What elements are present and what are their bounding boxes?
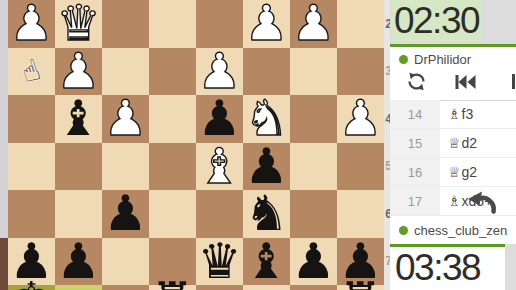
- square-g3[interactable]: ♟: [55, 48, 102, 96]
- square-h8[interactable]: ♚: [8, 285, 55, 290]
- online-dot: [399, 55, 408, 64]
- piece-letter-icon: ♕: [448, 135, 461, 151]
- square-f5[interactable]: [102, 143, 149, 191]
- square-g6[interactable]: [55, 190, 102, 238]
- white-pawn-c2[interactable]: ♟: [245, 0, 289, 48]
- square-c7[interactable]: ♝: [243, 238, 290, 286]
- player-name: chess_club_zen: [414, 223, 507, 238]
- black-knight-c6[interactable]: ♞: [245, 189, 289, 238]
- square-e8[interactable]: ♜: [149, 285, 196, 290]
- square-f2[interactable]: [102, 0, 149, 48]
- window-edge-bottom: [0, 238, 8, 290]
- white-pawn-f4[interactable]: ♟: [104, 94, 148, 143]
- cycle-icon[interactable]: [406, 71, 427, 96]
- square-e5[interactable]: [149, 143, 196, 191]
- square-a5[interactable]: 5: [337, 143, 384, 191]
- rank-label-2: 2: [385, 17, 390, 31]
- square-f7[interactable]: [102, 238, 149, 286]
- square-f4[interactable]: ♟: [102, 95, 149, 143]
- square-b5[interactable]: [290, 143, 337, 191]
- black-pawn-d4[interactable]: ♟: [198, 94, 242, 143]
- square-e2[interactable]: [149, 0, 196, 48]
- square-f8[interactable]: [102, 285, 149, 290]
- square-b3[interactable]: [290, 48, 337, 96]
- white-pawn-a4[interactable]: ♟: [339, 94, 383, 143]
- black-pawn-g7[interactable]: ♟: [57, 237, 101, 286]
- square-d7[interactable]: ♛: [196, 238, 243, 286]
- white-queen-g2[interactable]: ♛: [57, 0, 101, 48]
- panel-card: DrPhilidor 14♗f315♕d216♕g21: [390, 47, 516, 244]
- square-h2[interactable]: ♟: [8, 0, 55, 48]
- square-h5[interactable]: [8, 143, 55, 191]
- black-pawn-b7[interactable]: ♟: [292, 237, 336, 286]
- rank-label-7: 7: [385, 254, 390, 268]
- black-bishop-g4[interactable]: ♝: [57, 94, 101, 143]
- square-b7[interactable]: ♟: [290, 238, 337, 286]
- move-destination: f3: [462, 106, 474, 122]
- square-f6[interactable]: ♟: [102, 190, 149, 238]
- move-number: 15: [390, 129, 440, 157]
- black-pawn-f6[interactable]: ♟: [104, 189, 148, 238]
- square-f3[interactable]: [102, 48, 149, 96]
- piece-letter-icon: ♗: [448, 106, 461, 122]
- opponent-row: DrPhilidor: [390, 51, 516, 69]
- go-to-first-move-icon[interactable]: [454, 74, 476, 94]
- rank-label-3: 3: [385, 64, 390, 78]
- square-b4[interactable]: [290, 95, 337, 143]
- square-a2[interactable]: 2: [337, 0, 384, 48]
- white-pawn-b2[interactable]: ♟: [292, 0, 336, 48]
- square-c6[interactable]: ♞: [243, 190, 290, 238]
- move-san[interactable]: ♗f3: [440, 100, 473, 128]
- square-c5[interactable]: ♟: [243, 143, 290, 191]
- takeback-button[interactable]: [466, 190, 498, 217]
- move-number: 14: [390, 100, 440, 128]
- rank-label-6: 6: [385, 207, 390, 221]
- player-row: chess_club_zen: [390, 222, 516, 240]
- rank-label-5: 5: [385, 159, 390, 173]
- white-pawn-d3[interactable]: ♟: [198, 47, 242, 96]
- black-rook-e8[interactable]: ♜: [151, 276, 195, 290]
- piece-letter-icon: ♕: [448, 164, 461, 180]
- square-g2[interactable]: ♛: [55, 0, 102, 48]
- white-pawn-h2[interactable]: ♟: [10, 0, 54, 48]
- black-rook-a8[interactable]: ♜: [339, 276, 383, 290]
- black-queen-d7[interactable]: ♛: [198, 237, 242, 286]
- board-grid[interactable]: ♟♛♟♟2♟♟3♝♟♟♞♟4♝♟5♟♞6♟♟♛♝♟♟7♚♜♜: [8, 0, 384, 290]
- move-row: 14♗f3: [390, 100, 516, 129]
- square-d6[interactable]: [196, 190, 243, 238]
- chess-board[interactable]: ♟♛♟♟2♟♟3♝♟♟♞♟4♝♟5♟♞6♟♟♛♝♟♟7♚♜♜: [8, 0, 390, 290]
- move-number: 16: [390, 158, 440, 186]
- move-number: 17: [390, 187, 440, 215]
- square-b2[interactable]: ♟: [290, 0, 337, 48]
- square-e3[interactable]: [149, 48, 196, 96]
- white-bishop-d5[interactable]: ♝: [198, 142, 242, 191]
- square-e6[interactable]: [149, 190, 196, 238]
- square-g4[interactable]: ♝: [55, 95, 102, 143]
- move-destination: d2: [462, 135, 478, 151]
- white-knight-c4[interactable]: ♞: [245, 94, 289, 143]
- black-pawn-c5[interactable]: ♟: [245, 142, 289, 191]
- square-a4[interactable]: ♟4: [337, 95, 384, 143]
- chess-game-screen: ♟♛♟♟2♟♟3♝♟♟♞♟4♝♟5♟♞6♟♟♛♝♟♟7♚♜♜ ☝ 02:30 D…: [0, 0, 516, 290]
- square-h4[interactable]: [8, 95, 55, 143]
- black-king-h8[interactable]: ♚: [10, 276, 54, 290]
- move-destination: g2: [462, 164, 478, 180]
- player-clock: 03:38: [390, 247, 505, 290]
- opponent-name: DrPhilidor: [414, 52, 471, 67]
- piece-letter-icon: ♗: [448, 193, 461, 209]
- square-e4[interactable]: [149, 95, 196, 143]
- rank-label-4: 4: [385, 112, 390, 126]
- square-a3[interactable]: 3: [337, 48, 384, 96]
- game-side-panel: 02:30 DrPhilidor: [390, 0, 516, 290]
- square-d3[interactable]: ♟: [196, 48, 243, 96]
- window-edge-top: [0, 0, 8, 238]
- square-b6[interactable]: [290, 190, 337, 238]
- move-san[interactable]: ♕g2: [440, 158, 477, 186]
- square-d2[interactable]: [196, 0, 243, 48]
- online-dot: [399, 226, 408, 235]
- white-pawn-g3[interactable]: ♟: [57, 47, 101, 96]
- move-row: 16♕g2: [390, 158, 516, 187]
- opponent-clock: 02:30: [392, 0, 481, 42]
- square-d4[interactable]: ♟: [196, 95, 243, 143]
- square-c3[interactable]: [243, 48, 290, 96]
- square-c4[interactable]: ♞: [243, 95, 290, 143]
- move-san[interactable]: ♕d2: [440, 129, 477, 157]
- cut-off-toolbar-icon[interactable]: [512, 74, 515, 89]
- square-g7[interactable]: ♟: [55, 238, 102, 286]
- square-d5[interactable]: ♝: [196, 143, 243, 191]
- square-g5[interactable]: [55, 143, 102, 191]
- black-bishop-c7[interactable]: ♝: [245, 237, 289, 286]
- square-a6[interactable]: 6: [337, 190, 384, 238]
- move-row: 15♕d2: [390, 129, 516, 158]
- square-a8[interactable]: ♜: [337, 285, 384, 290]
- square-h6[interactable]: [8, 190, 55, 238]
- square-c2[interactable]: ♟: [243, 0, 290, 48]
